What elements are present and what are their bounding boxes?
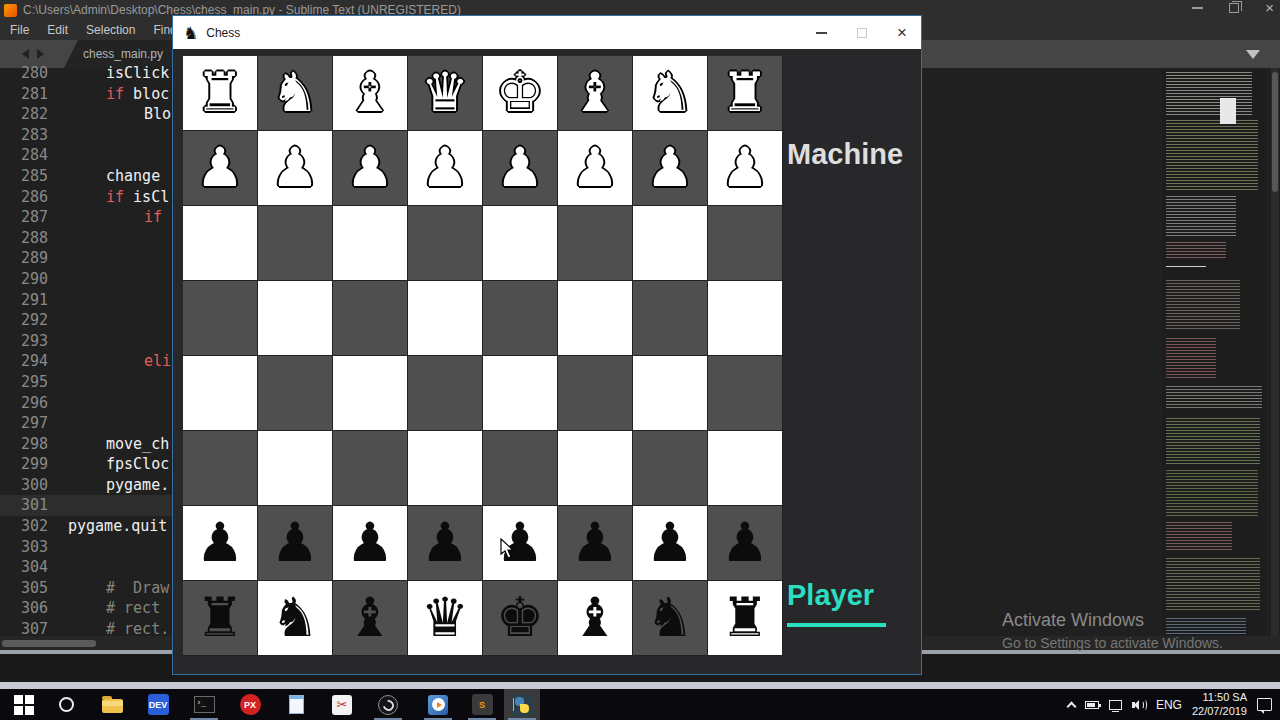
square-f6[interactable]: [558, 206, 632, 280]
piece-wB[interactable]: ♝: [346, 56, 394, 130]
piece-bP[interactable]: ♟: [271, 506, 319, 580]
square-a5[interactable]: [183, 281, 257, 355]
hscrollbar-thumb[interactable]: [2, 640, 96, 647]
square-d2[interactable]: ♟: [408, 506, 482, 580]
line-number: 280: [0, 63, 48, 84]
dev-cpp-icon[interactable]: DEV: [140, 689, 176, 720]
piece-bN[interactable]: ♞: [646, 581, 694, 655]
piece-wP[interactable]: ♟: [196, 131, 244, 205]
chess-window-title: Chess: [206, 26, 240, 40]
square-h1[interactable]: ♜: [708, 581, 782, 655]
line-number: 302: [0, 516, 48, 537]
line-number: 287: [0, 207, 48, 228]
watermark-line2: Go to Settings to activate Windows.: [1002, 635, 1223, 651]
minimap-code-blob: [1166, 266, 1206, 267]
square-h7[interactable]: ♟: [708, 131, 782, 205]
clock[interactable]: 11:50 SA 22/07/2019: [1192, 691, 1247, 719]
line-number: 288: [0, 228, 48, 249]
language-indicator[interactable]: ENG: [1156, 698, 1182, 712]
piece-bP[interactable]: ♟: [721, 506, 769, 580]
square-f7[interactable]: ♟: [558, 131, 632, 205]
piece-bP[interactable]: ♟: [646, 506, 694, 580]
square-g8[interactable]: ♞: [633, 56, 707, 130]
piece-bN[interactable]: ♞: [271, 581, 319, 655]
square-g7[interactable]: ♟: [633, 131, 707, 205]
line-number: 292: [0, 310, 48, 331]
action-center-icon[interactable]: [1257, 698, 1272, 711]
python-app-icon[interactable]: [504, 689, 540, 720]
line-number: 296: [0, 393, 48, 414]
start-button-glyph: [14, 695, 34, 715]
battery-icon[interactable]: [1085, 701, 1099, 709]
dev-cpp-icon-glyph: DEV: [148, 694, 169, 715]
minimap-code-blob: [1166, 72, 1252, 116]
square-e1[interactable]: ♚: [483, 581, 557, 655]
square-a6[interactable]: [183, 206, 257, 280]
chess-minimize-button[interactable]: [816, 32, 827, 34]
sublime-icon-glyph: S: [472, 694, 493, 715]
square-a8[interactable]: ♜: [183, 56, 257, 130]
square-c8[interactable]: ♝: [333, 56, 407, 130]
square-d3[interactable]: [408, 431, 482, 505]
square-h2[interactable]: ♟: [708, 506, 782, 580]
square-g1[interactable]: ♞: [633, 581, 707, 655]
cortana-button-glyph: [59, 697, 74, 712]
piece-wP[interactable]: ♟: [646, 131, 694, 205]
notepad-icon[interactable]: [278, 689, 314, 720]
line-number: 297: [0, 413, 48, 434]
square-a1[interactable]: ♜: [183, 581, 257, 655]
taskbar: ENG 11:50 SA 22/07/2019 DEV›_PX✂S: [0, 689, 1280, 720]
minimap-code-blob: [1166, 280, 1240, 330]
piece-wR[interactable]: ♜: [721, 56, 769, 130]
square-e3[interactable]: [483, 431, 557, 505]
scrollbar-thumb[interactable]: [1272, 72, 1278, 192]
px-icon[interactable]: PX: [232, 689, 268, 720]
minimap-code-blob: [1166, 120, 1258, 190]
piece-wN[interactable]: ♞: [646, 56, 694, 130]
obs-icon[interactable]: [370, 689, 406, 720]
square-e2[interactable]: ♟: [483, 506, 557, 580]
square-b3[interactable]: [258, 431, 332, 505]
line-number: 284: [0, 145, 48, 166]
piece-wP[interactable]: ♟: [721, 131, 769, 205]
line-number: 291: [0, 290, 48, 311]
minimap[interactable]: [1162, 70, 1266, 650]
square-h5[interactable]: [708, 281, 782, 355]
piece-wP[interactable]: ♟: [571, 131, 619, 205]
piece-wP[interactable]: ♟: [496, 131, 544, 205]
editor-close-button[interactable]: ×: [1265, 2, 1274, 14]
piece-bP[interactable]: ♟: [571, 506, 619, 580]
square-b4[interactable]: [258, 356, 332, 430]
mouse-cursor: [500, 538, 516, 564]
cortana-button[interactable]: [48, 689, 84, 720]
square-g5[interactable]: [633, 281, 707, 355]
square-c3[interactable]: [333, 431, 407, 505]
machine-label: Machine: [787, 138, 903, 171]
line-number: 289: [0, 248, 48, 269]
square-f1[interactable]: ♝: [558, 581, 632, 655]
system-tray: ENG 11:50 SA 22/07/2019: [1068, 689, 1280, 720]
minimap-code-blob: [1166, 196, 1236, 236]
tab-overflow-dropdown-icon[interactable]: [1246, 50, 1260, 59]
piece-wB[interactable]: ♝: [571, 56, 619, 130]
piece-bR[interactable]: ♜: [196, 581, 244, 655]
line-number: 281: [0, 84, 48, 105]
square-b8[interactable]: ♞: [258, 56, 332, 130]
tab-scroll-left-icon[interactable]: [22, 49, 29, 59]
square-e6[interactable]: [483, 206, 557, 280]
python-app-icon-glyph: [511, 694, 533, 716]
square-c7[interactable]: ♟: [333, 131, 407, 205]
square-c1[interactable]: ♝: [333, 581, 407, 655]
px-icon-glyph: PX: [240, 694, 261, 715]
player-label: Player: [787, 579, 874, 612]
square-c5[interactable]: [333, 281, 407, 355]
editor-restore-button[interactable]: [1229, 3, 1239, 13]
chess-title-bar[interactable]: ♞ Chess: [173, 16, 921, 49]
line-number: 286: [0, 187, 48, 208]
square-h3[interactable]: [708, 431, 782, 505]
square-f4[interactable]: [558, 356, 632, 430]
watermark-line1: Activate Windows: [1002, 610, 1223, 631]
square-d5[interactable]: [408, 281, 482, 355]
square-e7[interactable]: ♟: [483, 131, 557, 205]
line-number: 295: [0, 372, 48, 393]
line-number: 300: [0, 475, 48, 496]
square-c2[interactable]: ♟: [333, 506, 407, 580]
square-b6[interactable]: [258, 206, 332, 280]
square-d8[interactable]: ♛: [408, 56, 482, 130]
line-number: 293: [0, 331, 48, 352]
piece-bB[interactable]: ♝: [571, 581, 619, 655]
piece-wR[interactable]: ♜: [196, 56, 244, 130]
piece-wN[interactable]: ♞: [271, 56, 319, 130]
square-g4[interactable]: [633, 356, 707, 430]
square-b7[interactable]: ♟: [258, 131, 332, 205]
minimap-viewport[interactable]: [1220, 98, 1236, 124]
square-d7[interactable]: ♟: [408, 131, 482, 205]
line-number: 283: [0, 125, 48, 146]
square-g6[interactable]: [633, 206, 707, 280]
line-number: 301: [0, 495, 48, 516]
chess-window: ♞ Chess × ♜♞♝♛♚♝♞♜♟♟♟♟♟♟♟♟♟♟♟♟♟♟♟♟♜♞♝♛♚♝…: [172, 15, 922, 675]
minimap-code-blob: [1166, 418, 1260, 464]
minimap-code-blob: [1166, 470, 1258, 516]
minimap-code-blob: [1166, 338, 1216, 378]
square-e4[interactable]: [483, 356, 557, 430]
square-e8[interactable]: ♚: [483, 56, 557, 130]
piece-wP[interactable]: ♟: [346, 131, 394, 205]
speaker-icon[interactable]: [1132, 699, 1146, 711]
activate-windows-watermark: Activate Windows Go to Settings to activ…: [1002, 610, 1223, 651]
file-explorer-icon[interactable]: [94, 689, 130, 720]
player-underline: [787, 623, 886, 627]
line-number: 282: [0, 104, 48, 125]
menu-item-file[interactable]: File: [10, 23, 29, 37]
chess-maximize-button[interactable]: [857, 28, 867, 38]
square-a3[interactable]: [183, 431, 257, 505]
command-prompt-icon[interactable]: ›_: [186, 689, 222, 720]
square-d6[interactable]: [408, 206, 482, 280]
sublime-icon[interactable]: S: [464, 689, 500, 720]
start-button[interactable]: [6, 689, 42, 720]
square-b5[interactable]: [258, 281, 332, 355]
menu-item-edit[interactable]: Edit: [47, 23, 68, 37]
minimap-code-blob: [1166, 386, 1262, 410]
square-f8[interactable]: ♝: [558, 56, 632, 130]
sublime-logo-icon: [4, 4, 17, 17]
line-number: 305: [0, 578, 48, 599]
square-f2[interactable]: ♟: [558, 506, 632, 580]
square-h4[interactable]: [708, 356, 782, 430]
menu-item-selection[interactable]: Selection: [86, 23, 135, 37]
piece-bP[interactable]: ♟: [196, 506, 244, 580]
piece-wP[interactable]: ♟: [271, 131, 319, 205]
snipping-tool-icon[interactable]: ✂: [324, 689, 360, 720]
network-icon[interactable]: [1109, 700, 1122, 710]
square-c6[interactable]: [333, 206, 407, 280]
line-number: 304: [0, 557, 48, 578]
tab-label: chess_main.py: [83, 47, 163, 61]
window-bottom-edge: [0, 682, 1280, 689]
square-a4[interactable]: [183, 356, 257, 430]
piece-bR[interactable]: ♜: [721, 581, 769, 655]
line-number: 303: [0, 537, 48, 558]
piece-wK[interactable]: ♚: [496, 56, 544, 130]
minimap-code-blob: [1166, 522, 1232, 552]
obs-icon-glyph: [378, 695, 398, 715]
media-player-icon-glyph: [428, 695, 448, 715]
notepad-icon-glyph: [289, 695, 304, 714]
snipping-tool-icon-glyph: ✂: [332, 695, 352, 715]
minimap-code-blob: [1166, 242, 1226, 258]
square-h8[interactable]: ♜: [708, 56, 782, 130]
line-number: 290: [0, 269, 48, 290]
minimap-code-blob: [1166, 558, 1260, 610]
file-explorer-icon-glyph: [102, 699, 123, 713]
screen: C:\Users\Admin\Desktop\Chess\chess_main.…: [0, 0, 1280, 720]
piece-bB[interactable]: ♝: [346, 581, 394, 655]
square-f3[interactable]: [558, 431, 632, 505]
media-player-icon[interactable]: [420, 689, 456, 720]
piece-bP[interactable]: ♟: [421, 506, 469, 580]
square-h6[interactable]: [708, 206, 782, 280]
command-prompt-icon-glyph: ›_: [194, 696, 215, 713]
square-c4[interactable]: [333, 356, 407, 430]
square-b2[interactable]: ♟: [258, 506, 332, 580]
chess-board: ♜♞♝♛♚♝♞♜♟♟♟♟♟♟♟♟♟♟♟♟♟♟♟♟♜♞♝♛♚♝♞♜: [183, 56, 783, 656]
clock-time: 11:50 SA: [1192, 691, 1247, 705]
square-e5[interactable]: [483, 281, 557, 355]
chess-app-knight-icon: ♞: [183, 23, 198, 43]
line-number: 298: [0, 434, 48, 455]
line-number: 306: [0, 598, 48, 619]
square-f5[interactable]: [558, 281, 632, 355]
clock-date: 22/07/2019: [1192, 705, 1247, 719]
line-number: 299: [0, 454, 48, 475]
square-d4[interactable]: [408, 356, 482, 430]
tab-scroll-right-icon[interactable]: [37, 49, 44, 59]
square-d1[interactable]: ♛: [408, 581, 482, 655]
editor-vertical-scrollbar[interactable]: [1271, 68, 1279, 638]
piece-bK[interactable]: ♚: [496, 581, 544, 655]
square-b1[interactable]: ♞: [258, 581, 332, 655]
piece-bP[interactable]: ♟: [346, 506, 394, 580]
square-a2[interactable]: ♟: [183, 506, 257, 580]
line-number: 294: [0, 351, 48, 372]
piece-wP[interactable]: ♟: [421, 131, 469, 205]
square-a7[interactable]: ♟: [183, 131, 257, 205]
chess-close-button[interactable]: ×: [897, 26, 907, 40]
piece-wQ[interactable]: ♛: [421, 56, 469, 130]
piece-bQ[interactable]: ♛: [421, 581, 469, 655]
tray-chevron-icon[interactable]: [1066, 701, 1076, 711]
square-g2[interactable]: ♟: [633, 506, 707, 580]
line-number: 285: [0, 166, 48, 187]
square-g3[interactable]: [633, 431, 707, 505]
editor-minimize-button[interactable]: [1192, 7, 1203, 9]
